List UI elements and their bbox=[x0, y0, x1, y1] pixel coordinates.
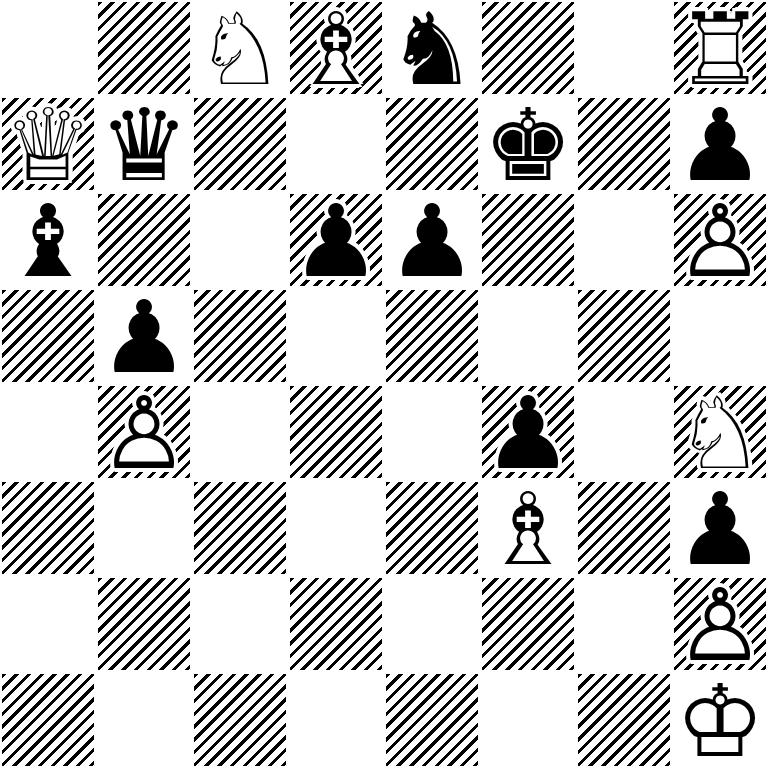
black-knight-icon: ♞ bbox=[384, 0, 480, 96]
piece-halo: ♟ bbox=[672, 576, 768, 672]
white-pawn-icon: ♙ bbox=[672, 192, 768, 288]
piece-halo: ♟ bbox=[384, 192, 480, 288]
piece-halo: ♟ bbox=[672, 480, 768, 576]
square-d5[interactable] bbox=[288, 288, 384, 384]
white-king-icon: ♔ bbox=[672, 672, 768, 768]
square-f6[interactable] bbox=[480, 192, 576, 288]
square-a3[interactable] bbox=[0, 480, 96, 576]
black-pawn-icon: ♟ bbox=[672, 96, 768, 192]
piece-halo: ♜ bbox=[672, 0, 768, 96]
white-bishop-icon: ♗ bbox=[480, 480, 576, 576]
white-pawn-icon: ♙ bbox=[96, 384, 192, 480]
square-h6[interactable]: ♟♙ bbox=[672, 192, 768, 288]
square-c2[interactable] bbox=[192, 576, 288, 672]
square-d1[interactable] bbox=[288, 672, 384, 768]
piece-halo: ♞ bbox=[384, 0, 480, 96]
white-rook-icon: ♖ bbox=[672, 0, 768, 96]
piece-halo: ♞ bbox=[192, 0, 288, 96]
white-pawn-icon: ♙ bbox=[672, 576, 768, 672]
square-b5[interactable]: ♟♟ bbox=[96, 288, 192, 384]
chess-diagram: ♞♘♝♗♞♞♜♖♛♕♛♛♚♚♟♟♝♝♟♟♟♟♟♙♟♟♟♙♟♟♞♘♝♗♟♟♟♙♚♔ bbox=[0, 0, 768, 768]
square-h8[interactable]: ♜♖ bbox=[672, 0, 768, 96]
square-e4[interactable] bbox=[384, 384, 480, 480]
square-a5[interactable] bbox=[0, 288, 96, 384]
piece-halo: ♚ bbox=[480, 96, 576, 192]
square-c1[interactable] bbox=[192, 672, 288, 768]
black-queen-icon: ♛ bbox=[96, 96, 192, 192]
square-e7[interactable] bbox=[384, 96, 480, 192]
square-g1[interactable] bbox=[576, 672, 672, 768]
piece-halo: ♟ bbox=[288, 192, 384, 288]
square-c5[interactable] bbox=[192, 288, 288, 384]
square-b6[interactable] bbox=[96, 192, 192, 288]
white-knight-icon: ♘ bbox=[192, 0, 288, 96]
black-pawn-icon: ♟ bbox=[288, 192, 384, 288]
piece-halo: ♟ bbox=[96, 288, 192, 384]
piece-halo: ♛ bbox=[96, 96, 192, 192]
black-king-icon: ♚ bbox=[480, 96, 576, 192]
piece-halo: ♞ bbox=[672, 384, 768, 480]
square-e3[interactable] bbox=[384, 480, 480, 576]
square-d8[interactable]: ♝♗ bbox=[288, 0, 384, 96]
piece-halo: ♝ bbox=[0, 192, 96, 288]
piece-halo: ♟ bbox=[672, 192, 768, 288]
square-h2[interactable]: ♟♙ bbox=[672, 576, 768, 672]
square-b7[interactable]: ♛♛ bbox=[96, 96, 192, 192]
square-b2[interactable] bbox=[96, 576, 192, 672]
square-f7[interactable]: ♚♚ bbox=[480, 96, 576, 192]
square-d4[interactable] bbox=[288, 384, 384, 480]
square-e8[interactable]: ♞♞ bbox=[384, 0, 480, 96]
square-b1[interactable] bbox=[96, 672, 192, 768]
square-a2[interactable] bbox=[0, 576, 96, 672]
piece-halo: ♟ bbox=[672, 96, 768, 192]
black-bishop-icon: ♝ bbox=[0, 192, 96, 288]
square-b4[interactable]: ♟♙ bbox=[96, 384, 192, 480]
square-e1[interactable] bbox=[384, 672, 480, 768]
black-pawn-icon: ♟ bbox=[480, 384, 576, 480]
square-f5[interactable] bbox=[480, 288, 576, 384]
square-c4[interactable] bbox=[192, 384, 288, 480]
square-c7[interactable] bbox=[192, 96, 288, 192]
square-f3[interactable]: ♝♗ bbox=[480, 480, 576, 576]
square-a8[interactable] bbox=[0, 0, 96, 96]
white-bishop-icon: ♗ bbox=[288, 0, 384, 96]
black-pawn-icon: ♟ bbox=[672, 480, 768, 576]
square-f4[interactable]: ♟♟ bbox=[480, 384, 576, 480]
square-a1[interactable] bbox=[0, 672, 96, 768]
square-g4[interactable] bbox=[576, 384, 672, 480]
black-pawn-icon: ♟ bbox=[96, 288, 192, 384]
white-knight-icon: ♘ bbox=[672, 384, 768, 480]
piece-halo: ♝ bbox=[288, 0, 384, 96]
square-d3[interactable] bbox=[288, 480, 384, 576]
square-f8[interactable] bbox=[480, 0, 576, 96]
square-g5[interactable] bbox=[576, 288, 672, 384]
square-g8[interactable] bbox=[576, 0, 672, 96]
square-c6[interactable] bbox=[192, 192, 288, 288]
square-c3[interactable] bbox=[192, 480, 288, 576]
square-b3[interactable] bbox=[96, 480, 192, 576]
square-h1[interactable]: ♚♔ bbox=[672, 672, 768, 768]
square-b8[interactable] bbox=[96, 0, 192, 96]
square-g3[interactable] bbox=[576, 480, 672, 576]
square-a7[interactable]: ♛♕ bbox=[0, 96, 96, 192]
square-e2[interactable] bbox=[384, 576, 480, 672]
square-h7[interactable]: ♟♟ bbox=[672, 96, 768, 192]
black-pawn-icon: ♟ bbox=[384, 192, 480, 288]
white-queen-icon: ♕ bbox=[0, 96, 96, 192]
square-g2[interactable] bbox=[576, 576, 672, 672]
square-e5[interactable] bbox=[384, 288, 480, 384]
chess-board: ♞♘♝♗♞♞♜♖♛♕♛♛♚♚♟♟♝♝♟♟♟♟♟♙♟♟♟♙♟♟♞♘♝♗♟♟♟♙♚♔ bbox=[0, 0, 768, 768]
square-d7[interactable] bbox=[288, 96, 384, 192]
square-f2[interactable] bbox=[480, 576, 576, 672]
square-f1[interactable] bbox=[480, 672, 576, 768]
piece-halo: ♟ bbox=[480, 384, 576, 480]
piece-halo: ♝ bbox=[480, 480, 576, 576]
square-a6[interactable]: ♝♝ bbox=[0, 192, 96, 288]
square-h5[interactable] bbox=[672, 288, 768, 384]
square-a4[interactable] bbox=[0, 384, 96, 480]
piece-halo: ♟ bbox=[96, 384, 192, 480]
piece-halo: ♚ bbox=[672, 672, 768, 768]
square-c8[interactable]: ♞♘ bbox=[192, 0, 288, 96]
square-g6[interactable] bbox=[576, 192, 672, 288]
square-d2[interactable] bbox=[288, 576, 384, 672]
piece-halo: ♛ bbox=[0, 96, 96, 192]
square-e6[interactable]: ♟♟ bbox=[384, 192, 480, 288]
square-h3[interactable]: ♟♟ bbox=[672, 480, 768, 576]
square-g7[interactable] bbox=[576, 96, 672, 192]
square-h4[interactable]: ♞♘ bbox=[672, 384, 768, 480]
square-d6[interactable]: ♟♟ bbox=[288, 192, 384, 288]
